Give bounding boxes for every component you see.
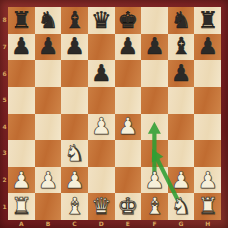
rank-label-7: 7 (1, 44, 8, 50)
piece-black-queen-d8[interactable]: ♛ (88, 7, 115, 34)
empty-d3 (88, 140, 115, 167)
rank-label-4: 4 (1, 124, 8, 130)
empty-d2 (88, 167, 115, 194)
rank-label-5: 5 (1, 97, 8, 103)
piece-white-pawn-a2[interactable]: ♟ (8, 167, 35, 194)
piece-white-rook-h1[interactable]: ♜ (194, 193, 221, 220)
empty-f4 (141, 114, 168, 141)
piece-black-rook-a8[interactable]: ♜ (8, 7, 35, 34)
empty-a3 (8, 140, 35, 167)
rank-label-3: 3 (1, 150, 8, 156)
piece-black-king-e8[interactable]: ♚ (115, 7, 142, 34)
empty-f3 (141, 140, 168, 167)
piece-white-queen-d1[interactable]: ♛ (88, 193, 115, 220)
piece-white-king-e1[interactable]: ♚ (115, 193, 142, 220)
empty-g3 (168, 140, 195, 167)
file-label-g: G (168, 221, 195, 227)
piece-black-pawn-f7[interactable]: ♟ (141, 34, 168, 61)
empty-d5 (88, 87, 115, 114)
file-label-a: A (8, 221, 35, 227)
piece-black-knight-g8[interactable]: ♞ (168, 7, 195, 34)
empty-a5 (8, 87, 35, 114)
piece-black-pawn-c7[interactable]: ♟ (61, 34, 88, 61)
empty-f6 (141, 60, 168, 87)
empty-c5 (61, 87, 88, 114)
piece-white-pawn-g2[interactable]: ♟ (168, 167, 195, 194)
piece-white-pawn-h2[interactable]: ♟ (194, 167, 221, 194)
file-label-e: E (115, 221, 142, 227)
piece-black-pawn-d6[interactable]: ♟ (88, 60, 115, 87)
piece-white-knight-g1[interactable]: ♞ (168, 193, 195, 220)
empty-d7 (88, 34, 115, 61)
piece-black-pawn-b7[interactable]: ♟ (35, 34, 62, 61)
empty-f5 (141, 87, 168, 114)
empty-a6 (8, 60, 35, 87)
empty-g5 (168, 87, 195, 114)
file-label-d: D (88, 221, 115, 227)
empty-b3 (35, 140, 62, 167)
empty-e2 (115, 167, 142, 194)
piece-white-rook-a1[interactable]: ♜ (8, 193, 35, 220)
rank-label-8: 8 (1, 17, 8, 23)
empty-h3 (194, 140, 221, 167)
empty-b5 (35, 87, 62, 114)
empty-b1 (35, 193, 62, 220)
empty-b4 (35, 114, 62, 141)
piece-black-knight-b8[interactable]: ♞ (35, 7, 62, 34)
empty-e5 (115, 87, 142, 114)
piece-white-pawn-d4[interactable]: ♟ (88, 114, 115, 141)
piece-black-rook-h8[interactable]: ♜ (194, 7, 221, 34)
empty-c6 (61, 60, 88, 87)
piece-black-bishop-c8[interactable]: ♝ (61, 7, 88, 34)
piece-white-bishop-f1[interactable]: ♝ (141, 193, 168, 220)
piece-white-pawn-e4[interactable]: ♟ (115, 114, 142, 141)
empty-g4 (168, 114, 195, 141)
empty-c4 (61, 114, 88, 141)
empty-h4 (194, 114, 221, 141)
file-label-b: B (35, 221, 62, 227)
rank-label-1: 1 (1, 204, 8, 210)
empty-h6 (194, 60, 221, 87)
empty-a4 (8, 114, 35, 141)
rank-label-6: 6 (1, 71, 8, 77)
empty-f8 (141, 7, 168, 34)
chess-app: ♜♞♝♛♚♞♜♟♟♟♟♟♝♟♟♟♟♟♞♟♟♟♟♟♟♜♝♛♚♝♞♜ 8765432… (0, 0, 228, 228)
empty-b6 (35, 60, 62, 87)
piece-black-pawn-g6[interactable]: ♟ (168, 60, 195, 87)
piece-black-pawn-e7[interactable]: ♟ (115, 34, 142, 61)
piece-black-bishop-g7[interactable]: ♝ (168, 34, 195, 61)
piece-white-pawn-c2[interactable]: ♟ (61, 167, 88, 194)
file-label-f: F (141, 221, 168, 227)
file-label-h: H (194, 221, 221, 227)
empty-e3 (115, 140, 142, 167)
piece-white-bishop-c1[interactable]: ♝ (61, 193, 88, 220)
chess-board: ♜♞♝♛♚♞♜♟♟♟♟♟♝♟♟♟♟♟♞♟♟♟♟♟♟♜♝♛♚♝♞♜ (8, 7, 221, 220)
piece-black-pawn-a7[interactable]: ♟ (8, 34, 35, 61)
rank-label-2: 2 (1, 177, 8, 183)
empty-e6 (115, 60, 142, 87)
piece-white-knight-c3[interactable]: ♞ (61, 140, 88, 167)
piece-black-pawn-h7[interactable]: ♟ (194, 34, 221, 61)
pieces-layer: ♜♞♝♛♚♞♜♟♟♟♟♟♝♟♟♟♟♟♞♟♟♟♟♟♟♜♝♛♚♝♞♜ (8, 7, 221, 220)
piece-white-pawn-b2[interactable]: ♟ (35, 167, 62, 194)
empty-h5 (194, 87, 221, 114)
file-label-c: C (61, 221, 88, 227)
piece-white-pawn-f2[interactable]: ♟ (141, 167, 168, 194)
